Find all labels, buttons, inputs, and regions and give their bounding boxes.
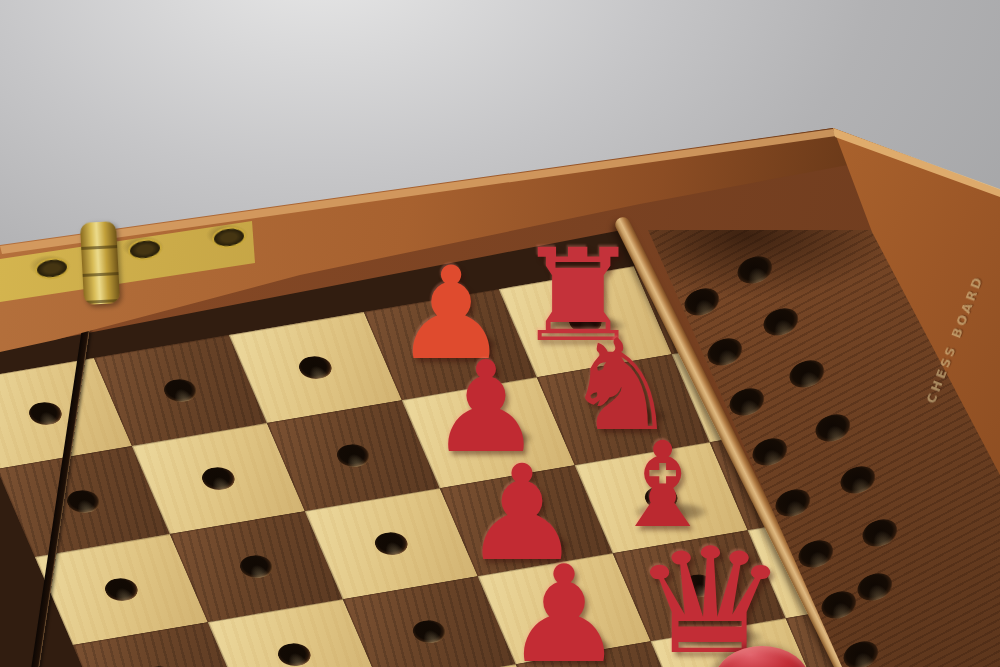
piece-pawn: ♟ — [504, 548, 624, 667]
hinge-knuckle-icon — [80, 221, 120, 305]
peg-hole — [333, 442, 374, 469]
peg-hole — [274, 641, 315, 667]
peg-hole — [371, 530, 412, 557]
peg-hole — [160, 377, 201, 404]
peg-hole — [101, 576, 142, 603]
peg-hole — [295, 354, 336, 381]
photo-canvas: CHESS BOARD ♟♜♟♞♟♝♟♛ — [0, 0, 1000, 667]
peg-hole — [409, 618, 450, 645]
peg-hole — [63, 488, 104, 515]
peg-hole — [25, 400, 66, 427]
peg-hole — [236, 553, 277, 580]
peg-hole — [198, 465, 239, 492]
